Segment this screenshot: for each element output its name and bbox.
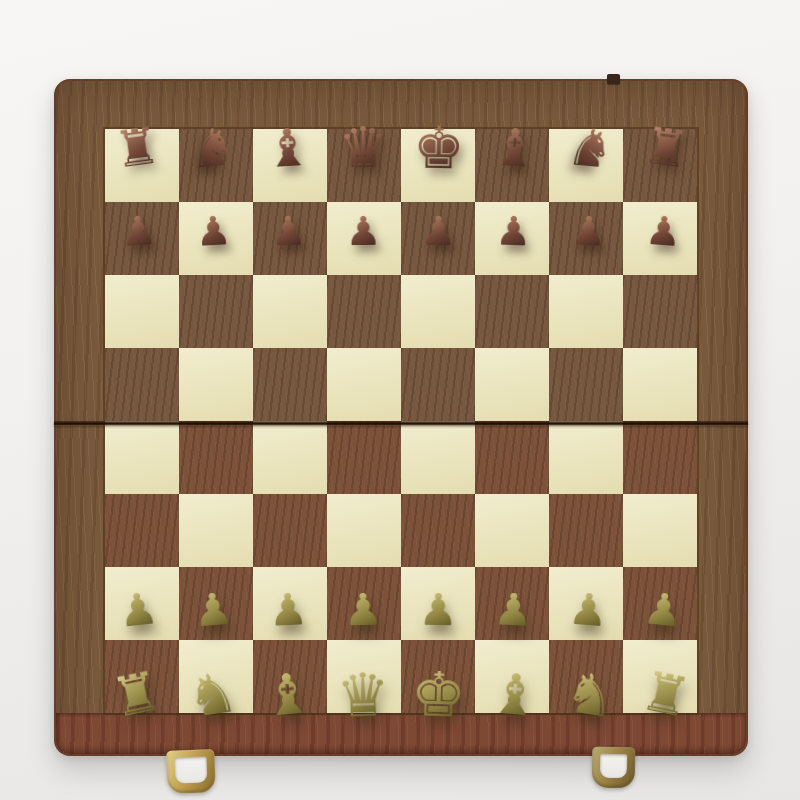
brass-king-glyph: ♚: [410, 663, 467, 727]
piece-white-pawn[interactable]: ♟: [327, 567, 401, 640]
piece-black-pawn[interactable]: ♟: [623, 202, 697, 275]
copper-pawn-glyph: ♟: [644, 209, 683, 252]
square-g4[interactable]: [549, 421, 623, 494]
square-g3[interactable]: [549, 494, 623, 567]
copper-pawn-glyph: ♟: [270, 210, 307, 251]
square-f5[interactable]: [475, 348, 549, 421]
piece-white-bishop[interactable]: ♝: [475, 640, 549, 713]
piece-white-queen[interactable]: ♛: [327, 640, 401, 713]
latch-opening: [600, 754, 627, 778]
piece-white-pawn[interactable]: ♟: [401, 567, 475, 640]
piece-black-queen[interactable]: ♛: [327, 129, 401, 202]
clasp-pin: [607, 74, 620, 84]
piece-white-rook[interactable]: ♜: [623, 640, 697, 713]
square-d6[interactable]: [327, 275, 401, 348]
latch-opening: [175, 756, 208, 783]
brass-pawn-glyph: ♟: [641, 585, 685, 633]
piece-black-pawn[interactable]: ♟: [253, 202, 327, 275]
copper-knight-glyph: ♞: [186, 119, 237, 175]
square-e3[interactable]: [401, 494, 475, 567]
piece-white-pawn[interactable]: ♟: [549, 567, 623, 640]
brass-pawn-glyph: ♟: [192, 586, 235, 633]
square-d3[interactable]: [327, 494, 401, 567]
photo-background: ♜♞♝♛♚♝♞♜♟♟♟♟♟♟♟♟♟♟♟♟♟♟♟♟♜♞♝♛♚♝♞♜: [0, 0, 800, 800]
square-d4[interactable]: [327, 421, 401, 494]
piece-black-rook[interactable]: ♜: [623, 129, 697, 202]
square-c4[interactable]: [253, 421, 327, 494]
piece-black-rook[interactable]: ♜: [105, 129, 179, 202]
piece-white-pawn[interactable]: ♟: [253, 567, 327, 640]
copper-knight-glyph: ♞: [564, 119, 615, 175]
copper-pawn-glyph: ♟: [345, 210, 381, 250]
brass-pawn-glyph: ♟: [343, 587, 383, 632]
piece-black-pawn[interactable]: ♟: [401, 202, 475, 275]
square-e4[interactable]: [401, 421, 475, 494]
copper-pawn-glyph: ♟: [420, 210, 456, 250]
copper-pawn-glyph: ♟: [570, 210, 608, 252]
piece-white-knight[interactable]: ♞: [549, 640, 623, 713]
brass-pawn-glyph: ♟: [567, 586, 610, 633]
square-a4[interactable]: [105, 421, 179, 494]
right-latch: [592, 747, 636, 789]
brass-bishop-glyph: ♝: [260, 664, 315, 724]
piece-white-pawn[interactable]: ♟: [623, 567, 697, 640]
square-h4[interactable]: [623, 421, 697, 494]
piece-black-pawn[interactable]: ♟: [105, 202, 179, 275]
copper-pawn-glyph: ♟: [119, 209, 158, 252]
copper-rook-glyph: ♜: [111, 120, 162, 176]
square-c6[interactable]: [253, 275, 327, 348]
square-c3[interactable]: [253, 494, 327, 567]
copper-pawn-glyph: ♟: [195, 210, 233, 252]
piece-white-pawn[interactable]: ♟: [105, 567, 179, 640]
square-f4[interactable]: [475, 421, 549, 494]
fold-seam: [54, 421, 748, 426]
piece-black-pawn[interactable]: ♟: [549, 202, 623, 275]
square-d5[interactable]: [327, 348, 401, 421]
copper-pawn-glyph: ♟: [495, 210, 532, 251]
square-b5[interactable]: [179, 348, 253, 421]
piece-white-king[interactable]: ♚: [401, 640, 475, 713]
piece-white-pawn[interactable]: ♟: [475, 567, 549, 640]
brass-queen-glyph: ♛: [335, 664, 391, 726]
piece-black-pawn[interactable]: ♟: [327, 202, 401, 275]
square-e6[interactable]: [401, 275, 475, 348]
copper-rook-glyph: ♜: [640, 120, 691, 176]
brass-rook-glyph: ♜: [107, 663, 166, 726]
piece-black-king[interactable]: ♚: [401, 129, 475, 202]
brass-knight-glyph: ♞: [183, 663, 241, 726]
square-f6[interactable]: [475, 275, 549, 348]
square-h6[interactable]: [623, 275, 697, 348]
copper-bishop-glyph: ♝: [263, 120, 313, 175]
piece-black-bishop[interactable]: ♝: [253, 129, 327, 202]
square-a6[interactable]: [105, 275, 179, 348]
copper-king-glyph: ♚: [412, 118, 465, 177]
piece-white-pawn[interactable]: ♟: [179, 567, 253, 640]
piece-black-pawn[interactable]: ♟: [475, 202, 549, 275]
square-g5[interactable]: [549, 348, 623, 421]
square-b4[interactable]: [179, 421, 253, 494]
left-latch: [166, 749, 215, 794]
brass-pawn-glyph: ♟: [493, 587, 534, 633]
square-b6[interactable]: [179, 275, 253, 348]
copper-queen-glyph: ♛: [338, 119, 389, 176]
square-h3[interactable]: [623, 494, 697, 567]
square-e5[interactable]: [401, 348, 475, 421]
brass-knight-glyph: ♞: [561, 663, 619, 726]
piece-white-bishop[interactable]: ♝: [253, 640, 327, 713]
piece-black-pawn[interactable]: ♟: [179, 202, 253, 275]
brass-pawn-glyph: ♟: [116, 585, 160, 633]
piece-white-rook[interactable]: ♜: [105, 640, 179, 713]
copper-bishop-glyph: ♝: [490, 120, 540, 175]
piece-black-knight[interactable]: ♞: [179, 129, 253, 202]
square-a5[interactable]: [105, 348, 179, 421]
brass-pawn-glyph: ♟: [268, 587, 309, 633]
square-h5[interactable]: [623, 348, 697, 421]
chess-board: ♜♞♝♛♚♝♞♜♟♟♟♟♟♟♟♟♟♟♟♟♟♟♟♟♜♞♝♛♚♝♞♜: [54, 79, 748, 756]
square-g6[interactable]: [549, 275, 623, 348]
square-f3[interactable]: [475, 494, 549, 567]
piece-black-knight[interactable]: ♞: [549, 129, 623, 202]
brass-pawn-glyph: ♟: [418, 587, 458, 632]
brass-bishop-glyph: ♝: [487, 664, 542, 724]
square-a3[interactable]: [105, 494, 179, 567]
square-c5[interactable]: [253, 348, 327, 421]
piece-white-knight[interactable]: ♞: [179, 640, 253, 713]
piece-black-bishop[interactable]: ♝: [475, 129, 549, 202]
square-b3[interactable]: [179, 494, 253, 567]
